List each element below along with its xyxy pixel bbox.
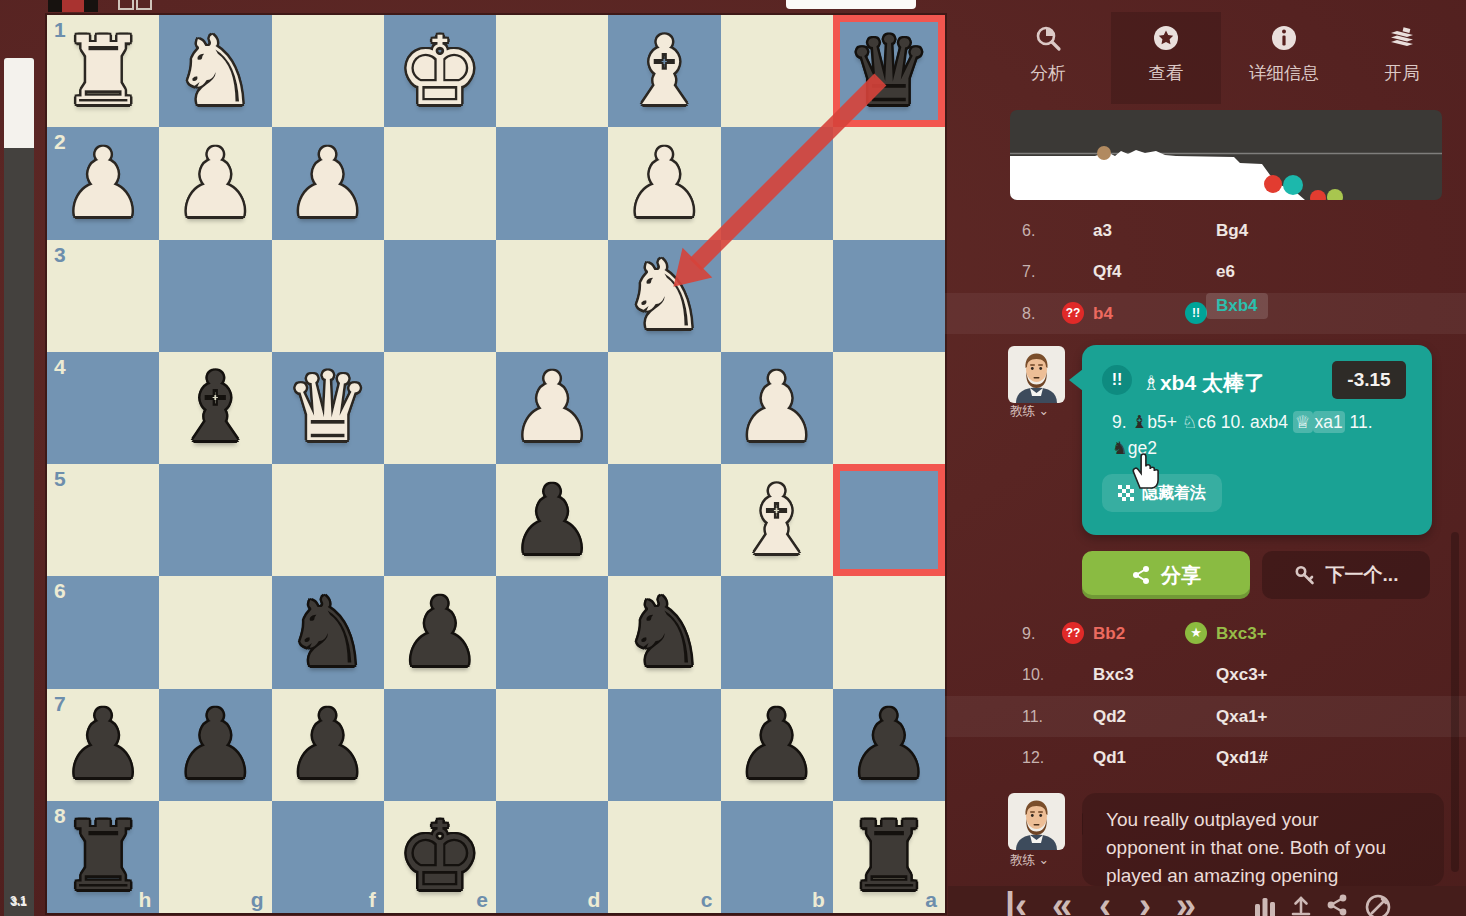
rank-label-6: 6 bbox=[54, 580, 66, 601]
square-f5[interactable] bbox=[272, 464, 384, 576]
square-c1[interactable]: ♝ bbox=[608, 15, 720, 127]
move-row-6: 6.a3Bg4 bbox=[945, 210, 1466, 251]
share-icon bbox=[1131, 565, 1151, 585]
file-label-b: b bbox=[812, 889, 825, 910]
coach-label-2[interactable]: 教练 ⌄ bbox=[1010, 852, 1049, 869]
square-g6[interactable] bbox=[159, 576, 271, 688]
square-d7[interactable] bbox=[496, 689, 608, 801]
square-e8[interactable]: e♚ bbox=[384, 801, 496, 913]
mini-square-icon bbox=[118, 0, 134, 10]
tab-analysis-label: 分析 bbox=[993, 61, 1103, 85]
rank-label-5: 5 bbox=[54, 468, 66, 489]
black-bishop-g4[interactable]: ♝ bbox=[159, 352, 271, 464]
coach-avatar-2[interactable] bbox=[1008, 793, 1065, 850]
white-move-Qd2[interactable]: Qd2 bbox=[1093, 696, 1126, 737]
hide-moves-label: 隐藏着法 bbox=[1142, 483, 1206, 504]
square-b6[interactable] bbox=[721, 576, 833, 688]
bubble-tail bbox=[1082, 813, 1083, 835]
top-name-plate-fragment bbox=[786, 0, 916, 9]
square-c8[interactable]: c bbox=[608, 801, 720, 913]
square-b1[interactable] bbox=[721, 15, 833, 127]
square-a3[interactable] bbox=[833, 240, 945, 352]
move-row-12: 12.Qd1Qxd1# bbox=[945, 737, 1466, 778]
square-c6[interactable]: ♞ bbox=[608, 576, 720, 688]
self-analysis-icon[interactable] bbox=[1363, 892, 1393, 916]
move-number: 12. bbox=[1022, 737, 1044, 778]
square-g2[interactable]: ♟ bbox=[159, 127, 271, 239]
square-b3[interactable] bbox=[721, 240, 833, 352]
blunder-dot-2 bbox=[1310, 190, 1326, 200]
openings-books-icon bbox=[1387, 24, 1417, 52]
chessboard-icon bbox=[1118, 485, 1134, 501]
move-number: 6. bbox=[1022, 210, 1035, 251]
white-knight-g1[interactable]: ♞ bbox=[159, 15, 271, 127]
line-text: 9. bbox=[1112, 412, 1131, 432]
square-g3[interactable] bbox=[159, 240, 271, 352]
square-d2[interactable] bbox=[496, 127, 608, 239]
engine-line[interactable]: 9. ♝b5+ ♘c6 10. axb4 ♕xa1 11. ♞ge2 bbox=[1112, 409, 1412, 461]
white-pawn-f2[interactable]: ♟ bbox=[272, 127, 384, 239]
black-pawn-f7[interactable]: ♟ bbox=[272, 689, 384, 801]
square-h2[interactable]: 2♟ bbox=[47, 127, 159, 239]
square-g5[interactable] bbox=[159, 464, 271, 576]
coach-message-text: You really outplayed your opponent in th… bbox=[1082, 793, 1444, 886]
tab-details[interactable]: 详细信息 bbox=[1229, 24, 1339, 85]
book-move-dot bbox=[1097, 146, 1111, 160]
black-king-e8[interactable]: ♚ bbox=[384, 801, 496, 913]
evaluation-score-badge: -3.15 bbox=[1332, 361, 1406, 399]
best-dot bbox=[1327, 189, 1343, 200]
coach-message-bubble: You really outplayed your opponent in th… bbox=[1082, 793, 1444, 886]
bishop-figurine-icon: ♗ bbox=[1142, 371, 1160, 395]
square-h7[interactable]: 7♟ bbox=[47, 689, 159, 801]
key-icon bbox=[1294, 564, 1316, 586]
square-d4[interactable]: ♟ bbox=[496, 352, 608, 464]
coach-comment-bubble: !! ♗xb4 太棒了 -3.15 9. ♝b5+ ♘c6 10. axb4 ♕… bbox=[1082, 345, 1432, 535]
rank-label-4: 4 bbox=[54, 356, 66, 377]
line-text: 11. bbox=[1345, 412, 1373, 432]
file-label-d: d bbox=[587, 889, 600, 910]
hide-moves-button[interactable]: 隐藏着法 bbox=[1102, 474, 1222, 512]
square-a1[interactable]: ♛ bbox=[833, 15, 945, 127]
square-g4[interactable]: ♝ bbox=[159, 352, 271, 464]
blunder-dot bbox=[1264, 175, 1282, 193]
chevron-down-icon: ⌄ bbox=[1038, 404, 1048, 418]
figurine-icon: ♝ bbox=[1131, 412, 1147, 432]
go-to-start-button[interactable]: |‹ bbox=[1005, 888, 1027, 916]
square-d6[interactable] bbox=[496, 576, 608, 688]
analysis-bars-icon[interactable] bbox=[1252, 892, 1278, 916]
top-player-plate-fragment bbox=[48, 0, 98, 12]
square-g8[interactable]: g bbox=[159, 801, 271, 913]
square-a2[interactable] bbox=[833, 127, 945, 239]
square-h6[interactable]: 6 bbox=[47, 576, 159, 688]
square-d8[interactable]: d bbox=[496, 801, 608, 913]
black-pawn-g7[interactable]: ♟ bbox=[159, 689, 271, 801]
fast-forward-button[interactable]: » bbox=[1176, 888, 1196, 916]
square-e2[interactable] bbox=[384, 127, 496, 239]
square-e7[interactable] bbox=[384, 689, 496, 801]
white-move-Bxc3[interactable]: Bxc3 bbox=[1093, 654, 1134, 695]
square-e5[interactable] bbox=[384, 464, 496, 576]
black-knight-c6[interactable]: ♞ bbox=[608, 576, 720, 688]
coach-avatar-image bbox=[1008, 346, 1065, 403]
white-pawn-b4[interactable]: ♟ bbox=[721, 352, 833, 464]
black-move-Bxb4[interactable]: Bxb4 bbox=[1206, 293, 1268, 319]
square-e3[interactable] bbox=[384, 240, 496, 352]
file-label-c: c bbox=[701, 889, 713, 910]
comment-headline: ♗xb4 太棒了 bbox=[1142, 369, 1265, 397]
line-text: c6 10. axb4 bbox=[1197, 412, 1292, 432]
tab-review[interactable]: 查看 bbox=[1111, 24, 1221, 85]
info-circle-icon bbox=[1270, 24, 1298, 52]
square-c4[interactable] bbox=[608, 352, 720, 464]
mini-square-icon bbox=[136, 0, 152, 10]
square-a4[interactable] bbox=[833, 352, 945, 464]
next-lesson-button[interactable]: 下一个... bbox=[1262, 551, 1430, 599]
square-g7[interactable]: ♟ bbox=[159, 689, 271, 801]
evaluation-bar-white-portion bbox=[4, 58, 34, 148]
tab-openings[interactable]: 开局 bbox=[1347, 24, 1457, 85]
figurine-icon: ♘ bbox=[1182, 412, 1198, 432]
chevron-down-icon: ⌄ bbox=[1038, 853, 1048, 867]
white-bishop-c1[interactable]: ♝ bbox=[608, 15, 720, 127]
move-number: 7. bbox=[1022, 251, 1035, 292]
black-pawn-b7[interactable]: ♟ bbox=[721, 689, 833, 801]
square-a8[interactable]: a♜ bbox=[833, 801, 945, 913]
forward-button[interactable]: › bbox=[1139, 888, 1151, 916]
tab-review-label: 查看 bbox=[1111, 61, 1221, 85]
square-f4[interactable]: ♛ bbox=[272, 352, 384, 464]
square-f7[interactable]: ♟ bbox=[272, 689, 384, 801]
square-c3[interactable]: ♞ bbox=[608, 240, 720, 352]
move-number: 10. bbox=[1022, 654, 1044, 695]
square-b7[interactable]: ♟ bbox=[721, 689, 833, 801]
rank-label-3: 3 bbox=[54, 244, 66, 265]
tab-analysis[interactable]: 分析 bbox=[993, 24, 1103, 85]
square-c7[interactable] bbox=[608, 689, 720, 801]
square-f2[interactable]: ♟ bbox=[272, 127, 384, 239]
bubble-tail bbox=[1069, 369, 1083, 391]
move-number: 8. bbox=[1022, 293, 1035, 334]
share-button[interactable]: 分享 bbox=[1082, 551, 1250, 599]
square-a5[interactable] bbox=[833, 464, 945, 576]
move-row-11: 11.Qd2Qxa1+ bbox=[945, 696, 1466, 737]
scrollbar-thumb[interactable] bbox=[1451, 532, 1459, 872]
white-queen-f4[interactable]: ♛ bbox=[272, 352, 384, 464]
chess-board[interactable]: 1♜♞♚♝♛2♟♟♟♟3♞4♝♛♟♟5♟♝6♞♟♞7♟♟♟♟♟8h♜gfe♚dc… bbox=[47, 15, 945, 913]
coach-label-text: 教练 bbox=[1010, 404, 1035, 418]
brilliant-badge: !! bbox=[1102, 365, 1132, 395]
figurine-icon: ♞ bbox=[1112, 438, 1128, 458]
black-pawn-h7[interactable]: ♟ bbox=[47, 689, 159, 801]
black-move-Qxc3+[interactable]: Qxc3+ bbox=[1216, 654, 1268, 695]
white-knight-c3[interactable]: ♞ bbox=[608, 240, 720, 352]
evaluation-bar: 3.1 bbox=[4, 58, 34, 916]
move-number: 9. bbox=[1022, 613, 1035, 654]
move-list-bottom: 9.??Bb2★Bxc3+10.Bxc3Qxc3+11.Qd2Qxa1+12.Q… bbox=[945, 613, 1466, 779]
coach-avatar[interactable] bbox=[1008, 346, 1065, 403]
evaluation-graph[interactable] bbox=[1010, 110, 1442, 200]
comment-headline-text: xb4 太棒了 bbox=[1160, 371, 1265, 394]
square-e6[interactable]: ♟ bbox=[384, 576, 496, 688]
white-pawn-g2[interactable]: ♟ bbox=[159, 127, 271, 239]
square-d1[interactable] bbox=[496, 15, 608, 127]
black-pawn-d5[interactable]: ♟ bbox=[496, 464, 608, 576]
black-pawn-a7[interactable]: ♟ bbox=[833, 689, 945, 801]
brilliant-dot bbox=[1283, 175, 1303, 195]
square-d5[interactable]: ♟ bbox=[496, 464, 608, 576]
square-f1[interactable] bbox=[272, 15, 384, 127]
square-b5[interactable]: ♝ bbox=[721, 464, 833, 576]
review-star-icon bbox=[1152, 24, 1180, 52]
tab-details-label: 详细信息 bbox=[1229, 61, 1339, 85]
square-b2[interactable] bbox=[721, 127, 833, 239]
line-text: b5+ bbox=[1147, 412, 1182, 432]
white-pawn-d4[interactable]: ♟ bbox=[496, 352, 608, 464]
black-knight-f6[interactable]: ♞ bbox=[272, 576, 384, 688]
black-pawn-e6[interactable]: ♟ bbox=[384, 576, 496, 688]
brilliant-badge: !! bbox=[1185, 302, 1207, 324]
move-row-10: 10.Bxc3Qxc3+ bbox=[945, 654, 1466, 695]
coach-label[interactable]: 教练 ⌄ bbox=[1010, 403, 1049, 420]
square-e4[interactable] bbox=[384, 352, 496, 464]
move-list-top: 6.a3Bg47.Qf4e68.??b4!!Bxb4 bbox=[945, 210, 1466, 334]
white-move-Bb2[interactable]: Bb2 bbox=[1093, 613, 1125, 654]
square-g1[interactable]: ♞ bbox=[159, 15, 271, 127]
black-move-Qxd1#[interactable]: Qxd1# bbox=[1216, 737, 1268, 778]
white-move-Qf4[interactable]: Qf4 bbox=[1093, 251, 1121, 292]
line-text: xa1 bbox=[1313, 411, 1345, 433]
best-move-badge: ★ bbox=[1185, 622, 1207, 644]
black-move-Qxa1+[interactable]: Qxa1+ bbox=[1216, 696, 1268, 737]
upload-icon[interactable] bbox=[1288, 892, 1314, 916]
file-label-g: g bbox=[251, 889, 264, 910]
tab-openings-label: 开局 bbox=[1347, 61, 1457, 85]
move-row-8: 8.??b4!!Bxb4 bbox=[945, 293, 1466, 334]
square-d3[interactable] bbox=[496, 240, 608, 352]
share-button-label: 分享 bbox=[1161, 562, 1201, 589]
square-c5[interactable] bbox=[608, 464, 720, 576]
square-h1[interactable]: 1♜ bbox=[47, 15, 159, 127]
version-label: 3.1 bbox=[10, 894, 27, 908]
coach-avatar-image-2 bbox=[1008, 793, 1065, 850]
black-queen-a1[interactable]: ♛ bbox=[833, 15, 945, 127]
white-pawn-h2[interactable]: ♟ bbox=[47, 127, 159, 239]
line-text: ge2 bbox=[1128, 438, 1157, 458]
file-label-f: f bbox=[369, 889, 376, 910]
square-b4[interactable]: ♟ bbox=[721, 352, 833, 464]
black-move-e6[interactable]: e6 bbox=[1216, 251, 1235, 292]
analysis-magnifier-icon bbox=[1034, 24, 1062, 52]
black-move-Bg4[interactable]: Bg4 bbox=[1216, 210, 1248, 251]
fast-back-button[interactable]: « bbox=[1052, 888, 1072, 916]
black-move-Bxc3+[interactable]: Bxc3+ bbox=[1216, 613, 1267, 654]
game-review-screen: 3.1 1♜♞♚♝♛2♟♟♟♟3♞4♝♛♟♟5♟♝6♞♟♞7♟♟♟♟♟8h♜gf… bbox=[0, 0, 1466, 916]
white-move-Qd1[interactable]: Qd1 bbox=[1093, 737, 1126, 778]
square-h4[interactable]: 4 bbox=[47, 352, 159, 464]
square-f8[interactable]: f bbox=[272, 801, 384, 913]
next-button-label: 下一个... bbox=[1326, 562, 1399, 588]
white-move-b4[interactable]: b4 bbox=[1093, 293, 1113, 334]
square-f3[interactable] bbox=[272, 240, 384, 352]
square-a6[interactable] bbox=[833, 576, 945, 688]
square-a7[interactable]: ♟ bbox=[833, 689, 945, 801]
square-b8[interactable]: b bbox=[721, 801, 833, 913]
black-rook-a8[interactable]: ♜ bbox=[833, 801, 945, 913]
back-button[interactable]: ‹ bbox=[1099, 888, 1111, 916]
blunder-badge: ?? bbox=[1062, 622, 1084, 644]
square-c2[interactable]: ♟ bbox=[608, 127, 720, 239]
share-nodes-icon[interactable] bbox=[1324, 892, 1350, 916]
square-f6[interactable]: ♞ bbox=[272, 576, 384, 688]
white-bishop-b5[interactable]: ♝ bbox=[721, 464, 833, 576]
white-king-e1[interactable]: ♚ bbox=[384, 15, 496, 127]
white-rook-h1[interactable]: ♜ bbox=[47, 15, 159, 127]
white-move-a3[interactable]: a3 bbox=[1093, 210, 1112, 251]
move-row-7: 7.Qf4e6 bbox=[945, 251, 1466, 292]
white-pawn-c2[interactable]: ♟ bbox=[608, 127, 720, 239]
coach-label-2-text: 教练 bbox=[1010, 853, 1035, 867]
square-h3[interactable]: 3 bbox=[47, 240, 159, 352]
move-row-9: 9.??Bb2★Bxc3+ bbox=[945, 613, 1466, 654]
square-e1[interactable]: ♚ bbox=[384, 15, 496, 127]
blunder-badge: ?? bbox=[1062, 302, 1084, 324]
square-h8[interactable]: 8h♜ bbox=[47, 801, 159, 913]
move-number: 11. bbox=[1022, 696, 1043, 737]
figurine-icon: ♕ bbox=[1293, 411, 1313, 433]
black-rook-h8[interactable]: ♜ bbox=[47, 801, 159, 913]
square-h5[interactable]: 5 bbox=[47, 464, 159, 576]
